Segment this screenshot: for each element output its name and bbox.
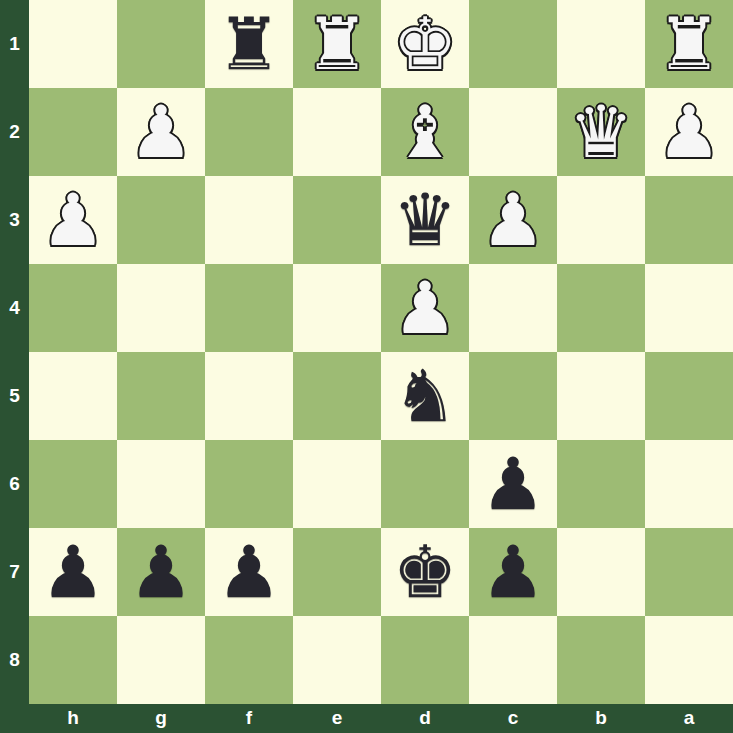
square-f4[interactable] [205,264,293,352]
file-label-f: f [205,704,293,733]
chess-board: ♜♜♚♜♟♝♛♟♟♛♟♟♞♟♟♟♟♚♟ [29,0,733,704]
square-a2[interactable]: ♟ [645,88,733,176]
square-g1[interactable] [117,0,205,88]
square-a4[interactable] [645,264,733,352]
square-b4[interactable] [557,264,645,352]
square-h6[interactable] [29,440,117,528]
square-h1[interactable] [29,0,117,88]
square-c6[interactable]: ♟ [469,440,557,528]
rank-labels: 12345678 [0,0,29,704]
rank-label-4: 4 [0,264,29,352]
square-e5[interactable] [293,352,381,440]
black-knight-piece[interactable]: ♞ [393,352,458,440]
square-g8[interactable] [117,616,205,704]
square-c7[interactable]: ♟ [469,528,557,616]
square-e7[interactable] [293,528,381,616]
rank-label-5: 5 [0,352,29,440]
black-pawn-piece[interactable]: ♟ [217,528,282,616]
file-labels: hgfedcba [29,704,733,733]
square-d7[interactable]: ♚ [381,528,469,616]
square-h8[interactable] [29,616,117,704]
white-pawn-piece[interactable]: ♟ [41,176,106,264]
black-queen-piece[interactable]: ♛ [393,176,458,264]
square-a6[interactable] [645,440,733,528]
rank-label-3: 3 [0,176,29,264]
square-c3[interactable]: ♟ [469,176,557,264]
square-f7[interactable]: ♟ [205,528,293,616]
square-b3[interactable] [557,176,645,264]
square-a8[interactable] [645,616,733,704]
square-e2[interactable] [293,88,381,176]
square-f8[interactable] [205,616,293,704]
square-e8[interactable] [293,616,381,704]
square-g7[interactable]: ♟ [117,528,205,616]
square-a5[interactable] [645,352,733,440]
square-a3[interactable] [645,176,733,264]
square-f6[interactable] [205,440,293,528]
square-c8[interactable] [469,616,557,704]
square-g6[interactable] [117,440,205,528]
square-d4[interactable]: ♟ [381,264,469,352]
square-b2[interactable]: ♛ [557,88,645,176]
file-label-g: g [117,704,205,733]
square-d1[interactable]: ♚ [381,0,469,88]
white-rook-piece[interactable]: ♜ [305,0,370,88]
rank-label-8: 8 [0,616,29,704]
black-king-piece[interactable]: ♚ [393,528,458,616]
rank-label-6: 6 [0,440,29,528]
white-pawn-piece[interactable]: ♟ [657,88,722,176]
square-c4[interactable] [469,264,557,352]
square-g5[interactable] [117,352,205,440]
black-pawn-piece[interactable]: ♟ [481,528,546,616]
white-pawn-piece[interactable]: ♟ [129,88,194,176]
square-f3[interactable] [205,176,293,264]
square-f1[interactable]: ♜ [205,0,293,88]
square-h4[interactable] [29,264,117,352]
square-b1[interactable] [557,0,645,88]
file-label-h: h [29,704,117,733]
square-g2[interactable]: ♟ [117,88,205,176]
square-a7[interactable] [645,528,733,616]
rank-label-1: 1 [0,0,29,88]
square-h3[interactable]: ♟ [29,176,117,264]
white-pawn-piece[interactable]: ♟ [481,176,546,264]
chess-board-frame: 12345678 ♜♜♚♜♟♝♛♟♟♛♟♟♞♟♟♟♟♚♟ hgfedcba [0,0,733,733]
rank-label-2: 2 [0,88,29,176]
square-b6[interactable] [557,440,645,528]
square-g4[interactable] [117,264,205,352]
file-label-c: c [469,704,557,733]
file-label-a: a [645,704,733,733]
black-pawn-piece[interactable]: ♟ [481,440,546,528]
white-king-piece[interactable]: ♚ [393,0,458,88]
white-rook-piece[interactable]: ♜ [657,0,722,88]
square-f5[interactable] [205,352,293,440]
square-c2[interactable] [469,88,557,176]
rank-label-7: 7 [0,528,29,616]
square-e6[interactable] [293,440,381,528]
black-pawn-piece[interactable]: ♟ [41,528,106,616]
square-e4[interactable] [293,264,381,352]
square-d6[interactable] [381,440,469,528]
square-e3[interactable] [293,176,381,264]
square-g3[interactable] [117,176,205,264]
square-h2[interactable] [29,88,117,176]
square-b5[interactable] [557,352,645,440]
square-c1[interactable] [469,0,557,88]
white-bishop-piece[interactable]: ♝ [393,88,458,176]
square-c5[interactable] [469,352,557,440]
square-d3[interactable]: ♛ [381,176,469,264]
square-b7[interactable] [557,528,645,616]
square-d8[interactable] [381,616,469,704]
file-label-e: e [293,704,381,733]
square-a1[interactable]: ♜ [645,0,733,88]
white-queen-piece[interactable]: ♛ [569,88,634,176]
black-pawn-piece[interactable]: ♟ [129,528,194,616]
square-d2[interactable]: ♝ [381,88,469,176]
square-f2[interactable] [205,88,293,176]
square-h5[interactable] [29,352,117,440]
square-d5[interactable]: ♞ [381,352,469,440]
white-pawn-piece[interactable]: ♟ [393,264,458,352]
square-h7[interactable]: ♟ [29,528,117,616]
square-b8[interactable] [557,616,645,704]
file-label-b: b [557,704,645,733]
black-rook-piece[interactable]: ♜ [217,0,282,88]
square-e1[interactable]: ♜ [293,0,381,88]
file-label-d: d [381,704,469,733]
